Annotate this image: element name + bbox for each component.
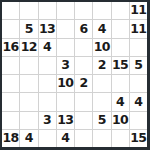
grid-cell[interactable] xyxy=(75,130,92,147)
grid-cell[interactable] xyxy=(75,57,92,74)
grid-cell[interactable] xyxy=(2,20,19,37)
grid-cell-clue[interactable]: 4 xyxy=(93,20,110,37)
grid-cell[interactable] xyxy=(112,2,129,19)
grid-cell[interactable] xyxy=(57,93,74,110)
grid-cell-clue[interactable]: 5 xyxy=(20,20,37,37)
grid-cell-clue[interactable]: 4 xyxy=(39,39,56,56)
grid-cell[interactable] xyxy=(2,57,19,74)
grid-cell-clue[interactable]: 3 xyxy=(39,112,56,129)
grid-cell[interactable] xyxy=(39,93,56,110)
grid-cell-clue[interactable]: 16 xyxy=(2,39,19,56)
grid-cell[interactable] xyxy=(75,2,92,19)
grid-cell-clue[interactable]: 15 xyxy=(112,57,129,74)
grid-cell[interactable] xyxy=(93,93,110,110)
grid-cell[interactable] xyxy=(93,75,110,92)
grid-cell[interactable] xyxy=(20,57,37,74)
grid-cell[interactable] xyxy=(39,130,56,147)
grid-cell[interactable] xyxy=(93,2,110,19)
grid-cell[interactable] xyxy=(20,93,37,110)
grid-cell-clue[interactable]: 12 xyxy=(20,39,37,56)
grid-cell[interactable] xyxy=(39,57,56,74)
grid-cell[interactable] xyxy=(20,112,37,129)
grid-cell-clue[interactable]: 6 xyxy=(75,20,92,37)
grid-cell[interactable] xyxy=(130,39,147,56)
grid-cell[interactable] xyxy=(20,75,37,92)
grid-cell[interactable] xyxy=(57,20,74,37)
grid-cell[interactable] xyxy=(2,112,19,129)
grid-cell[interactable] xyxy=(93,130,110,147)
grid-cell-clue[interactable]: 4 xyxy=(112,93,129,110)
grid-cell[interactable] xyxy=(112,39,129,56)
grid-cell-clue[interactable]: 4 xyxy=(130,93,147,110)
grid-cell[interactable] xyxy=(20,2,37,19)
grid-cell[interactable] xyxy=(112,75,129,92)
grid-cell-clue[interactable]: 2 xyxy=(93,57,110,74)
grid-cell[interactable] xyxy=(130,75,147,92)
grid-cell-clue[interactable]: 4 xyxy=(57,130,74,147)
grid-cell-clue[interactable]: 5 xyxy=(93,112,110,129)
grid-cell[interactable] xyxy=(39,2,56,19)
grid-cell-clue[interactable]: 18 xyxy=(2,130,19,147)
grid-cell[interactable] xyxy=(75,112,92,129)
grid-cell[interactable] xyxy=(57,2,74,19)
grid-cell[interactable] xyxy=(2,2,19,19)
grid-cell-clue[interactable]: 11 xyxy=(130,20,147,37)
grid-cell[interactable] xyxy=(2,75,19,92)
grid-cell-clue[interactable]: 10 xyxy=(57,75,74,92)
grid-cell-clue[interactable]: 5 xyxy=(130,57,147,74)
grid-cell[interactable] xyxy=(75,39,92,56)
grid-cell-clue[interactable]: 15 xyxy=(130,130,147,147)
grid-cell[interactable] xyxy=(2,93,19,110)
puzzle-board: 11513641116124103215510244313510184415 xyxy=(0,0,150,150)
grid-cell[interactable] xyxy=(39,75,56,92)
grid-cell[interactable] xyxy=(112,130,129,147)
grid-cell-clue[interactable]: 10 xyxy=(112,112,129,129)
grid-cell-clue[interactable]: 3 xyxy=(57,57,74,74)
grid-cell[interactable] xyxy=(112,20,129,37)
grid-cell-clue[interactable]: 10 xyxy=(93,39,110,56)
grid-cell-clue[interactable]: 13 xyxy=(57,112,74,129)
grid-cell-clue[interactable]: 2 xyxy=(75,75,92,92)
grid-cell-clue[interactable]: 11 xyxy=(130,2,147,19)
grid-cell[interactable] xyxy=(130,112,147,129)
grid-cell[interactable] xyxy=(75,93,92,110)
grid-cell-clue[interactable]: 4 xyxy=(20,130,37,147)
grid-cell-clue[interactable]: 13 xyxy=(39,20,56,37)
grid-cell[interactable] xyxy=(57,39,74,56)
